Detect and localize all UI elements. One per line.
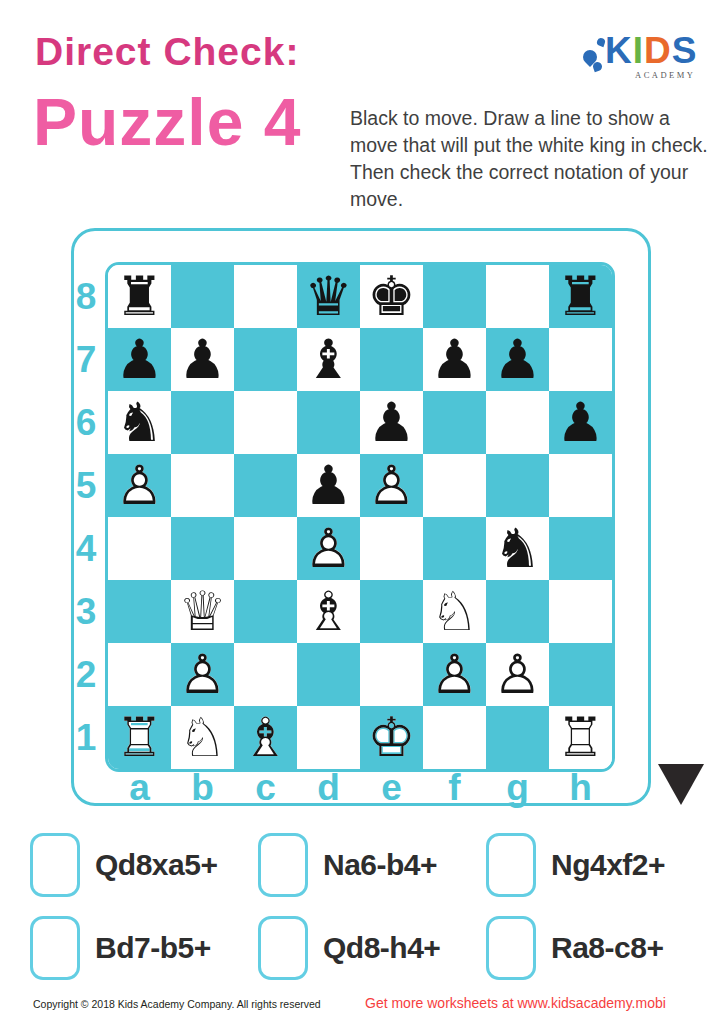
square-d5[interactable]: ♟ [297, 454, 360, 517]
rank-label-2: 2 [70, 643, 102, 706]
square-b1[interactable]: ♞♘ [171, 706, 234, 769]
square-e8[interactable]: ♚ [360, 265, 423, 328]
square-a4[interactable] [108, 517, 171, 580]
black-pawn-f7[interactable]: ♟ [423, 328, 486, 391]
white-knight-f3[interactable]: ♞♘ [423, 580, 486, 643]
file-label-f: f [423, 770, 486, 806]
puzzle-number-title: Puzzle 4 [33, 84, 301, 160]
square-d7[interactable]: ♝ [297, 328, 360, 391]
square-a2[interactable] [108, 643, 171, 706]
answer-label-1: Qd8xa5+ [95, 848, 217, 882]
answer-label-2: Na6-b4+ [323, 848, 437, 882]
white-pawn-d4[interactable]: ♟♙ [297, 517, 360, 580]
square-e6[interactable]: ♟ [360, 391, 423, 454]
square-d8[interactable]: ♛ [297, 265, 360, 328]
square-c4[interactable] [234, 517, 297, 580]
white-bishop-c1[interactable]: ♝♗ [234, 706, 297, 769]
white-knight-b1[interactable]: ♞♘ [171, 706, 234, 769]
answer-checkbox-2[interactable] [258, 833, 308, 897]
file-label-a: a [108, 770, 171, 806]
white-pawn-b2[interactable]: ♟♙ [171, 643, 234, 706]
square-f3[interactable]: ♞♘ [423, 580, 486, 643]
white-queen-b3[interactable]: ♛♕ [171, 580, 234, 643]
rank-label-6: 6 [70, 391, 102, 454]
down-triangle-icon [658, 764, 704, 805]
square-f4[interactable] [423, 517, 486, 580]
black-bishop-d7[interactable]: ♝ [297, 328, 360, 391]
worksheet-page: Direct Check: Puzzle 4 KIDS ACADEMY Blac… [0, 0, 723, 1024]
copyright-text: Copyright © 2018 Kids Academy Company. A… [33, 998, 321, 1010]
square-g2[interactable]: ♟♙ [486, 643, 549, 706]
square-e5[interactable]: ♟♙ [360, 454, 423, 517]
answer-label-5: Qd8-h4+ [323, 931, 440, 965]
chess-board: ♜♛♚♜♟♟♝♟♟♞♟♟♟♙♟♟♙♟♙♞♛♕♝♗♞♘♟♙♟♙♟♙♜♖♞♘♝♗♚♔… [105, 262, 615, 772]
square-h4[interactable] [549, 517, 612, 580]
white-rook-a1[interactable]: ♜♖ [108, 706, 171, 769]
black-pawn-h6[interactable]: ♟ [549, 391, 612, 454]
rank-label-5: 5 [70, 454, 102, 517]
square-g1[interactable] [486, 706, 549, 769]
white-bishop-d3[interactable]: ♝♗ [297, 580, 360, 643]
square-g7[interactable]: ♟ [486, 328, 549, 391]
square-c3[interactable] [234, 580, 297, 643]
square-h8[interactable]: ♜ [549, 265, 612, 328]
square-d6[interactable] [297, 391, 360, 454]
square-a7[interactable]: ♟ [108, 328, 171, 391]
rank-labels: 87654321 [70, 265, 102, 769]
file-label-d: d [297, 770, 360, 806]
square-d4[interactable]: ♟♙ [297, 517, 360, 580]
square-f8[interactable] [423, 265, 486, 328]
rank-label-8: 8 [70, 265, 102, 328]
square-b6[interactable] [171, 391, 234, 454]
square-g5[interactable] [486, 454, 549, 517]
square-b3[interactable]: ♛♕ [171, 580, 234, 643]
file-label-h: h [549, 770, 612, 806]
rank-label-1: 1 [70, 706, 102, 769]
square-h3[interactable] [549, 580, 612, 643]
file-label-b: b [171, 770, 234, 806]
answer-checkbox-4[interactable] [30, 916, 80, 980]
answer-checkbox-3[interactable] [486, 833, 536, 897]
board-grid: ♜♛♚♜♟♟♝♟♟♞♟♟♟♙♟♟♙♟♙♞♛♕♝♗♞♘♟♙♟♙♟♙♜♖♞♘♝♗♚♔… [108, 265, 612, 769]
square-d1[interactable] [297, 706, 360, 769]
puzzle-instructions: Black to move. Draw a line to show a mov… [350, 105, 722, 213]
black-king-e8[interactable]: ♚ [360, 265, 423, 328]
square-e7[interactable] [360, 328, 423, 391]
square-f6[interactable] [423, 391, 486, 454]
square-a6[interactable]: ♞ [108, 391, 171, 454]
file-label-c: c [234, 770, 297, 806]
answer-option-4: Bd7-b5+ [30, 916, 211, 980]
file-labels: abcdefgh [108, 770, 612, 806]
white-pawn-e5[interactable]: ♟♙ [360, 454, 423, 517]
black-pawn-g7[interactable]: ♟ [486, 328, 549, 391]
white-pawn-a5[interactable]: ♟♙ [108, 454, 171, 517]
square-d3[interactable]: ♝♗ [297, 580, 360, 643]
square-f7[interactable]: ♟ [423, 328, 486, 391]
square-c1[interactable]: ♝♗ [234, 706, 297, 769]
answer-label-4: Bd7-b5+ [95, 931, 211, 965]
square-h7[interactable] [549, 328, 612, 391]
black-pawn-e6[interactable]: ♟ [360, 391, 423, 454]
black-queen-d8[interactable]: ♛ [297, 265, 360, 328]
square-b4[interactable] [171, 517, 234, 580]
white-rook-h1[interactable]: ♜♖ [549, 706, 612, 769]
square-a3[interactable] [108, 580, 171, 643]
white-pawn-f2[interactable]: ♟♙ [423, 643, 486, 706]
worksheet-title: Direct Check: [35, 30, 299, 74]
black-knight-g4[interactable]: ♞ [486, 517, 549, 580]
square-c6[interactable] [234, 391, 297, 454]
logo-splash-icon [592, 61, 604, 73]
rank-label-3: 3 [70, 580, 102, 643]
square-f1[interactable] [423, 706, 486, 769]
black-pawn-d5[interactable]: ♟ [297, 454, 360, 517]
rank-label-4: 4 [70, 517, 102, 580]
file-label-e: e [360, 770, 423, 806]
logo-subtitle: ACADEMY [635, 70, 695, 80]
square-c5[interactable] [234, 454, 297, 517]
black-knight-a6[interactable]: ♞ [108, 391, 171, 454]
answer-checkbox-6[interactable] [486, 916, 536, 980]
square-b5[interactable] [171, 454, 234, 517]
square-h2[interactable] [549, 643, 612, 706]
square-f2[interactable]: ♟♙ [423, 643, 486, 706]
answer-option-6: Ra8-c8+ [486, 916, 663, 980]
square-c8[interactable] [234, 265, 297, 328]
square-e3[interactable] [360, 580, 423, 643]
black-rook-a8[interactable]: ♜ [108, 265, 171, 328]
file-label-g: g [486, 770, 549, 806]
black-pawn-b7[interactable]: ♟ [171, 328, 234, 391]
answer-option-2: Na6-b4+ [258, 833, 437, 897]
square-c2[interactable] [234, 643, 297, 706]
logo-wordmark: KIDS [605, 30, 697, 72]
rank-label-7: 7 [70, 328, 102, 391]
kids-academy-logo: KIDS ACADEMY [583, 24, 713, 90]
square-b7[interactable]: ♟ [171, 328, 234, 391]
square-a8[interactable]: ♜ [108, 265, 171, 328]
square-c7[interactable] [234, 328, 297, 391]
square-g8[interactable] [486, 265, 549, 328]
square-h6[interactable]: ♟ [549, 391, 612, 454]
black-pawn-a7[interactable]: ♟ [108, 328, 171, 391]
square-b8[interactable] [171, 265, 234, 328]
square-e4[interactable] [360, 517, 423, 580]
answer-option-5: Qd8-h4+ [258, 916, 440, 980]
square-g3[interactable] [486, 580, 549, 643]
square-f5[interactable] [423, 454, 486, 517]
square-h5[interactable] [549, 454, 612, 517]
square-d2[interactable] [297, 643, 360, 706]
square-b2[interactable]: ♟♙ [171, 643, 234, 706]
answer-checkbox-5[interactable] [258, 916, 308, 980]
white-pawn-g2[interactable]: ♟♙ [486, 643, 549, 706]
answer-checkbox-1[interactable] [30, 833, 80, 897]
white-king-e1[interactable]: ♚♔ [360, 706, 423, 769]
answer-label-6: Ra8-c8+ [551, 931, 663, 965]
promo-link-text: Get more worksheets at www.kidsacademy.m… [365, 995, 666, 1011]
black-rook-h8[interactable]: ♜ [549, 265, 612, 328]
square-g4[interactable]: ♞ [486, 517, 549, 580]
square-h1[interactable]: ♜♖ [549, 706, 612, 769]
square-g6[interactable] [486, 391, 549, 454]
answer-option-3: Ng4xf2+ [486, 833, 665, 897]
square-a5[interactable]: ♟♙ [108, 454, 171, 517]
square-e1[interactable]: ♚♔ [360, 706, 423, 769]
answer-label-3: Ng4xf2+ [551, 848, 665, 882]
square-e2[interactable] [360, 643, 423, 706]
square-a1[interactable]: ♜♖ [108, 706, 171, 769]
answer-option-1: Qd8xa5+ [30, 833, 217, 897]
